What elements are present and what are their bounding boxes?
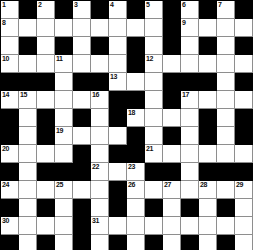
grid-cell[interactable] (55, 145, 73, 163)
blocked-cell (163, 163, 181, 181)
clue-number-11: 11 (56, 55, 62, 63)
blocked-cell (1, 163, 19, 181)
grid-cell[interactable]: 29 (235, 181, 253, 199)
blocked-cell (181, 235, 199, 250)
clue-number-3: 3 (74, 1, 77, 9)
blocked-cell (109, 235, 127, 250)
clue-number-20: 20 (2, 145, 9, 153)
grid-cell[interactable] (235, 19, 253, 37)
grid-cell[interactable]: 25 (55, 181, 73, 199)
grid-cell[interactable] (55, 19, 73, 37)
blocked-cell (91, 37, 109, 55)
blocked-cell (199, 37, 217, 55)
grid-cell[interactable] (73, 55, 91, 73)
clue-number-4: 4 (110, 1, 113, 9)
grid-cell[interactable] (91, 199, 109, 217)
grid-cell[interactable] (73, 181, 91, 199)
grid-cell[interactable] (127, 73, 145, 91)
grid-cell[interactable] (145, 217, 163, 235)
blocked-cell (163, 91, 181, 109)
grid-cell[interactable] (145, 181, 163, 199)
blocked-cell (199, 1, 217, 19)
grid-cell[interactable]: 24 (1, 181, 19, 199)
blocked-cell (37, 199, 55, 217)
blocked-cell (163, 127, 181, 145)
clue-number-28: 28 (200, 181, 207, 189)
blocked-cell (55, 1, 73, 19)
grid-cell[interactable] (127, 235, 145, 250)
grid-cell[interactable] (181, 163, 199, 181)
blocked-cell (73, 73, 91, 91)
clue-number-10: 10 (2, 55, 9, 63)
grid-cell[interactable] (91, 145, 109, 163)
clue-number-31: 31 (92, 217, 99, 225)
clue-number-19: 19 (56, 127, 63, 135)
blocked-cell (127, 55, 145, 73)
grid-cell[interactable] (55, 73, 73, 91)
blocked-cell (73, 109, 91, 127)
blocked-cell (37, 235, 55, 250)
grid-cell[interactable]: 18 (127, 109, 145, 127)
blocked-cell (1, 199, 19, 217)
grid-cell[interactable]: 28 (199, 181, 217, 199)
blocked-cell (55, 37, 73, 55)
blocked-cell (109, 145, 127, 163)
grid-cell[interactable]: 1 (1, 1, 19, 19)
grid-cell[interactable] (181, 37, 199, 55)
grid-cell[interactable] (19, 181, 37, 199)
grid-cell[interactable] (37, 91, 55, 109)
grid-cell[interactable] (19, 199, 37, 217)
blocked-cell (1, 127, 19, 145)
grid-cell[interactable]: 16 (91, 91, 109, 109)
blocked-cell (235, 163, 253, 181)
clue-number-5: 5 (146, 1, 149, 9)
grid-cell[interactable] (37, 181, 55, 199)
grid-cell[interactable] (109, 55, 127, 73)
blocked-cell (37, 127, 55, 145)
blocked-cell (127, 37, 145, 55)
grid-cell[interactable] (217, 109, 235, 127)
clue-number-16: 16 (92, 91, 99, 99)
grid-cell[interactable] (91, 109, 109, 127)
blocked-cell (127, 1, 145, 19)
clue-number-17: 17 (182, 91, 189, 99)
grid-cell[interactable]: 20 (1, 145, 19, 163)
grid-cell[interactable] (235, 217, 253, 235)
grid-cell[interactable] (37, 55, 55, 73)
grid-cell[interactable] (37, 145, 55, 163)
blocked-cell (199, 163, 217, 181)
clue-number-23: 23 (128, 163, 135, 171)
grid-cell[interactable] (73, 19, 91, 37)
grid-cell[interactable] (55, 109, 73, 127)
grid-cell[interactable]: 23 (127, 163, 145, 181)
blocked-cell (217, 199, 235, 217)
grid-cell[interactable] (181, 109, 199, 127)
blocked-cell (73, 199, 91, 217)
grid-cell[interactable]: 31 (91, 217, 109, 235)
blocked-cell (163, 1, 181, 19)
blocked-cell (235, 109, 253, 127)
grid-cell[interactable] (37, 19, 55, 37)
grid-cell[interactable] (217, 91, 235, 109)
grid-cell[interactable] (181, 181, 199, 199)
blocked-cell (1, 109, 19, 127)
blocked-cell (73, 163, 91, 181)
grid-cell[interactable] (217, 127, 235, 145)
grid-cell[interactable] (181, 127, 199, 145)
clue-number-30: 30 (2, 217, 9, 225)
grid-cell[interactable] (91, 181, 109, 199)
clue-number-7: 7 (218, 1, 221, 9)
blocked-cell (55, 163, 73, 181)
grid-cell[interactable] (163, 55, 181, 73)
grid-cell[interactable] (19, 55, 37, 73)
grid-cell[interactable] (91, 19, 109, 37)
blocked-cell (73, 145, 91, 163)
grid-cell[interactable] (109, 217, 127, 235)
clue-number-22: 22 (92, 163, 99, 171)
grid-cell[interactable] (163, 199, 181, 217)
grid-cell[interactable] (235, 235, 253, 250)
blocked-cell (199, 127, 217, 145)
grid-cell[interactable] (19, 19, 37, 37)
clue-number-8: 8 (2, 19, 5, 27)
grid-cell[interactable] (145, 127, 163, 145)
blocked-cell (19, 73, 37, 91)
blocked-cell (181, 73, 199, 91)
blocked-cell (163, 37, 181, 55)
blocked-cell (91, 1, 109, 19)
blocked-cell (37, 73, 55, 91)
grid-cell[interactable] (19, 217, 37, 235)
grid-cell[interactable] (73, 91, 91, 109)
blocked-cell (235, 127, 253, 145)
crossword-grid: 1234567891011121314151617181920212223242… (0, 0, 253, 250)
clue-number-9: 9 (182, 19, 185, 27)
blocked-cell (37, 109, 55, 127)
grid-cell[interactable]: 22 (91, 163, 109, 181)
grid-cell[interactable] (37, 37, 55, 55)
grid-cell[interactable]: 21 (145, 145, 163, 163)
clue-number-6: 6 (182, 1, 185, 9)
blocked-cell (127, 91, 145, 109)
grid-cell[interactable]: 13 (109, 73, 127, 91)
blocked-cell (91, 73, 109, 91)
blocked-cell (217, 235, 235, 250)
grid-cell[interactable] (73, 127, 91, 145)
grid-cell[interactable] (73, 37, 91, 55)
blocked-cell (145, 199, 163, 217)
grid-cell[interactable] (19, 109, 37, 127)
grid-cell[interactable] (145, 19, 163, 37)
grid-cell[interactable] (109, 37, 127, 55)
grid-cell[interactable]: 4 (109, 1, 127, 19)
grid-cell[interactable] (19, 235, 37, 250)
crossword-puzzle: 1234567891011121314151617181920212223242… (0, 0, 253, 250)
grid-cell[interactable] (19, 163, 37, 181)
grid-cell[interactable]: 15 (19, 91, 37, 109)
blocked-cell (199, 73, 217, 91)
grid-cell[interactable] (217, 181, 235, 199)
grid-cell[interactable] (235, 91, 253, 109)
blocked-cell (181, 199, 199, 217)
blocked-cell (1, 73, 19, 91)
blocked-cell (109, 199, 127, 217)
grid-cell[interactable]: 10 (1, 55, 19, 73)
clue-number-15: 15 (20, 91, 27, 99)
grid-cell[interactable] (181, 55, 199, 73)
clue-number-26: 26 (128, 181, 135, 189)
clue-number-24: 24 (2, 181, 9, 189)
blocked-cell (109, 109, 127, 127)
blocked-cell (217, 163, 235, 181)
grid-cell[interactable] (55, 91, 73, 109)
grid-cell[interactable] (235, 199, 253, 217)
blocked-cell (127, 145, 145, 163)
grid-cell[interactable] (163, 235, 181, 250)
grid-cell[interactable] (235, 55, 253, 73)
grid-cell[interactable]: 17 (181, 91, 199, 109)
grid-cell[interactable]: 14 (1, 91, 19, 109)
grid-cell[interactable] (199, 91, 217, 109)
grid-cell[interactable] (91, 235, 109, 250)
clue-number-18: 18 (128, 109, 135, 117)
grid-cell[interactable]: 12 (145, 55, 163, 73)
blocked-cell (73, 235, 91, 250)
grid-cell[interactable] (217, 19, 235, 37)
grid-cell[interactable] (127, 19, 145, 37)
clue-number-27: 27 (164, 181, 171, 189)
grid-cell[interactable] (19, 127, 37, 145)
grid-cell[interactable] (109, 19, 127, 37)
blocked-cell (235, 73, 253, 91)
grid-cell[interactable] (217, 37, 235, 55)
grid-cell[interactable]: 9 (181, 19, 199, 37)
blocked-cell (145, 235, 163, 250)
blocked-cell (37, 163, 55, 181)
grid-cell[interactable] (181, 145, 199, 163)
blocked-cell (1, 235, 19, 250)
blocked-cell (73, 217, 91, 235)
grid-cell[interactable]: 3 (73, 1, 91, 19)
grid-cell[interactable] (145, 37, 163, 55)
grid-cell[interactable] (55, 235, 73, 250)
grid-cell[interactable]: 5 (145, 1, 163, 19)
blocked-cell (109, 181, 127, 199)
grid-cell[interactable] (217, 73, 235, 91)
grid-cell[interactable] (217, 145, 235, 163)
blocked-cell (235, 37, 253, 55)
grid-cell[interactable] (235, 145, 253, 163)
grid-cell[interactable] (163, 217, 181, 235)
grid-cell[interactable] (217, 55, 235, 73)
clue-number-29: 29 (236, 181, 243, 189)
grid-cell[interactable] (109, 163, 127, 181)
clue-number-2: 2 (38, 1, 41, 9)
grid-cell[interactable] (109, 127, 127, 145)
blocked-cell (145, 163, 163, 181)
clue-number-1: 1 (2, 1, 5, 9)
grid-cell[interactable] (199, 217, 217, 235)
grid-cell[interactable]: 11 (55, 55, 73, 73)
blocked-cell (163, 19, 181, 37)
grid-cell[interactable] (55, 217, 73, 235)
blocked-cell (19, 37, 37, 55)
blocked-cell (199, 109, 217, 127)
clue-number-12: 12 (146, 55, 153, 63)
blocked-cell (19, 1, 37, 19)
grid-cell[interactable]: 19 (55, 127, 73, 145)
grid-cell[interactable] (217, 217, 235, 235)
grid-cell[interactable] (127, 217, 145, 235)
grid-cell[interactable]: 8 (1, 19, 19, 37)
grid-cell[interactable]: 7 (217, 1, 235, 19)
clue-number-21: 21 (146, 145, 153, 153)
grid-cell[interactable] (145, 109, 163, 127)
grid-cell[interactable] (163, 145, 181, 163)
clue-number-25: 25 (56, 181, 63, 189)
grid-cell[interactable] (181, 217, 199, 235)
grid-cell[interactable]: 26 (127, 181, 145, 199)
grid-cell[interactable] (199, 235, 217, 250)
grid-cell[interactable]: 30 (1, 217, 19, 235)
blocked-cell (109, 91, 127, 109)
grid-cell[interactable] (19, 145, 37, 163)
grid-cell[interactable] (199, 55, 217, 73)
grid-cell[interactable]: 27 (163, 181, 181, 199)
grid-cell[interactable] (199, 145, 217, 163)
grid-cell[interactable] (163, 109, 181, 127)
blocked-cell (127, 127, 145, 145)
grid-cell[interactable] (1, 37, 19, 55)
grid-cell[interactable] (127, 199, 145, 217)
grid-cell[interactable] (199, 19, 217, 37)
clue-number-13: 13 (110, 73, 117, 81)
grid-cell[interactable] (145, 91, 163, 109)
grid-cell[interactable] (55, 199, 73, 217)
clue-number-14: 14 (2, 91, 9, 99)
grid-cell[interactable] (91, 127, 109, 145)
blocked-cell (235, 1, 253, 19)
grid-cell[interactable] (91, 55, 109, 73)
grid-cell[interactable] (37, 217, 55, 235)
grid-cell[interactable]: 2 (37, 1, 55, 19)
grid-cell[interactable] (199, 199, 217, 217)
blocked-cell (163, 73, 181, 91)
grid-cell[interactable] (145, 73, 163, 91)
grid-cell[interactable]: 6 (181, 1, 199, 19)
